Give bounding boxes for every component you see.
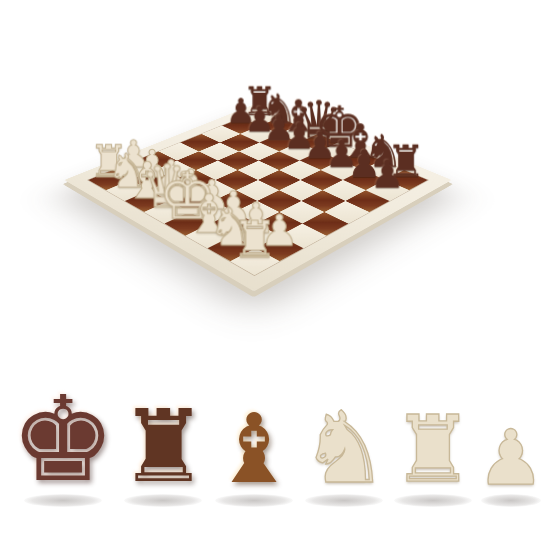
red-rook-glyph: ♜ bbox=[119, 402, 209, 492]
piece-shadow bbox=[215, 494, 293, 507]
showcase-white-knight: ♞ bbox=[300, 403, 389, 525]
white-rook-glyph: ♜ bbox=[392, 409, 474, 492]
board-perspective-wrapper: ♜♞♝♛♚♝♞♜♟♟♟♟♟♟♟♟♟♟♟♟♟♟♟♟♜♞♝♛♚♝♞♜ bbox=[64, 102, 451, 292]
red-pawn: ♟ bbox=[341, 157, 433, 193]
showcase-white-rook: ♜ bbox=[392, 409, 474, 525]
board-scene: ♜♞♝♛♚♝♞♜♟♟♟♟♟♟♟♟♟♟♟♟♟♟♟♟♜♞♝♛♚♝♞♜ bbox=[0, 0, 555, 310]
showcase-red-rook: ♜ bbox=[119, 402, 209, 525]
red-king-glyph: ♚ bbox=[10, 386, 116, 492]
red-rook: ♜ bbox=[221, 84, 300, 120]
white-knight-glyph: ♞ bbox=[300, 403, 389, 492]
piece-shadow bbox=[394, 494, 472, 507]
piece-shadow bbox=[305, 494, 383, 507]
gold-bishop-glyph: ♝ bbox=[211, 406, 297, 492]
piece-shadow bbox=[124, 494, 202, 507]
marble-board-frame: ♜♞♝♛♚♝♞♜♟♟♟♟♟♟♟♟♟♟♟♟♟♟♟♟♜♞♝♛♚♝♞♜ bbox=[64, 102, 451, 292]
piece-shadow bbox=[24, 494, 102, 507]
showcase-white-pawn: ♟ bbox=[477, 424, 545, 525]
board-grid: ♜♞♝♛♚♝♞♜♟♟♟♟♟♟♟♟♟♟♟♟♟♟♟♟♜♞♝♛♚♝♞♜ bbox=[88, 110, 427, 275]
square-e6 bbox=[279, 161, 321, 180]
piece-shadow bbox=[481, 494, 541, 507]
red-rook: ♜ bbox=[361, 142, 451, 182]
showcase-row: ♚ ♜ ♝ ♞ ♜ ♟ bbox=[0, 300, 555, 525]
white-pawn-glyph: ♟ bbox=[477, 424, 545, 492]
showcase-gold-bishop: ♝ bbox=[211, 406, 297, 525]
square-a3 bbox=[136, 151, 177, 170]
showcase-red-king: ♚ bbox=[10, 386, 116, 525]
square-h2: ♟ bbox=[255, 236, 303, 262]
